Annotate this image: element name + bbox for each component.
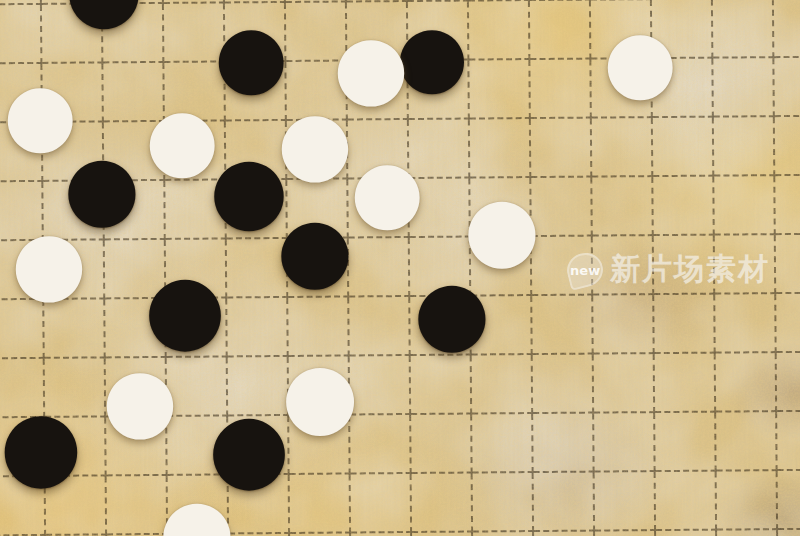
white-stone[interactable]: ● [19,232,80,293]
white-stone[interactable]: ● [285,112,346,173]
stones-layer: ●●●●●●●●●●●●●●●●●●●●● [0,0,800,536]
black-stone[interactable]: ● [72,0,136,18]
white-stone[interactable]: ● [10,83,70,143]
black-stone[interactable]: ● [8,411,75,478]
white-stone[interactable]: ● [166,499,228,536]
black-stone[interactable]: ● [71,156,133,218]
black-stone[interactable]: ● [152,275,218,341]
white-stone[interactable]: ● [610,30,670,90]
white-stone[interactable]: ● [289,363,352,426]
black-stone[interactable]: ● [216,414,282,480]
white-stone[interactable]: ● [357,160,417,220]
white-stone[interactable]: ● [152,108,212,168]
go-board-photo: ●●●●●●●●●●●●●●●●●●●●● new 新片场素材 [0,0,800,536]
black-stone[interactable]: ● [217,156,281,220]
black-stone[interactable]: ● [403,26,462,85]
white-stone[interactable]: ● [471,197,533,259]
white-stone[interactable]: ● [110,369,171,430]
black-stone[interactable]: ● [421,281,483,343]
black-stone[interactable]: ● [284,218,346,280]
black-stone[interactable]: ● [221,25,281,85]
white-stone[interactable]: ● [341,36,402,97]
